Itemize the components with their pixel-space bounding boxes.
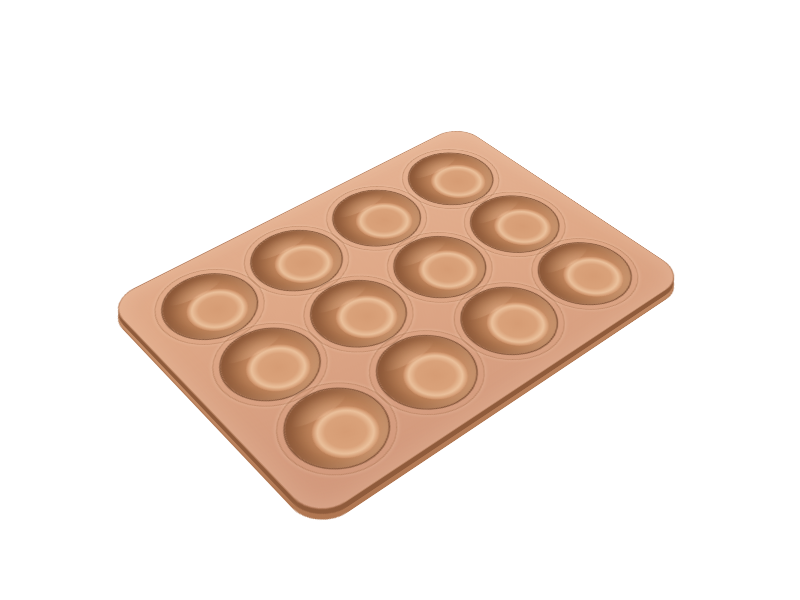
muffin-pan: [106, 124, 687, 522]
scene: [0, 0, 800, 600]
photo-background: { "scene": { "description": "Product pho…: [0, 0, 800, 600]
pan-top-surface: [106, 124, 687, 522]
muffin-cup-grid: [107, 125, 685, 520]
